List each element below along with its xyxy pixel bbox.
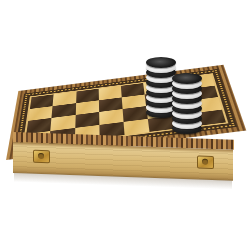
black-checker: [146, 57, 176, 68]
brass-clasp-left-icon: [33, 150, 50, 164]
checker-stack-right: [172, 73, 202, 134]
black-checker: [172, 73, 202, 84]
brass-clasp-right-icon: [197, 155, 214, 169]
board-square: [124, 119, 150, 135]
product-photo-chess-box: [0, 0, 247, 247]
